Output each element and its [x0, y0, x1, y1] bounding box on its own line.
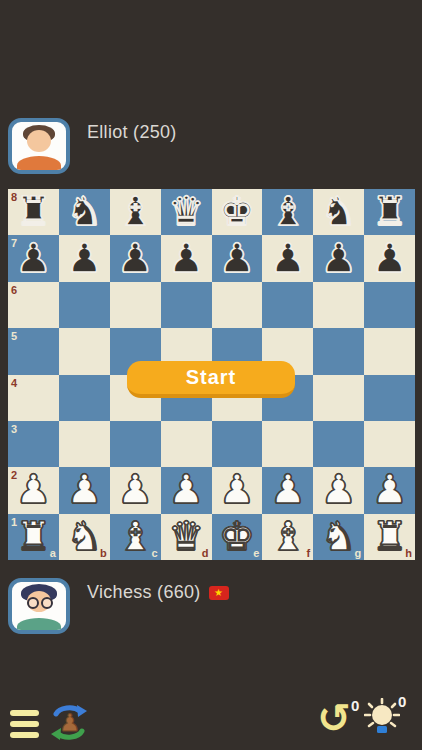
- square-d8[interactable]: ♛: [161, 189, 212, 235]
- square-a1[interactable]: 1a♜: [8, 514, 59, 560]
- square-h3[interactable]: [364, 421, 415, 467]
- rotate-board-button[interactable]: ♟: [49, 700, 89, 744]
- square-b3[interactable]: [59, 421, 110, 467]
- square-e1[interactable]: e♚: [212, 514, 263, 560]
- square-h8[interactable]: ♜: [364, 189, 415, 235]
- square-f6[interactable]: [262, 282, 313, 328]
- avatar-glasses: [27, 597, 39, 609]
- square-a3[interactable]: 3: [8, 421, 59, 467]
- piece-black-pawn: ♟: [372, 238, 408, 278]
- avatar-shirt: [17, 618, 61, 634]
- piece-white-pawn: ♟: [270, 469, 306, 509]
- piece-black-pawn: ♟: [168, 238, 204, 278]
- square-h4[interactable]: [364, 375, 415, 421]
- square-a8[interactable]: 8♜: [8, 189, 59, 235]
- square-a6[interactable]: 6: [8, 282, 59, 328]
- square-g8[interactable]: ♞: [313, 189, 364, 235]
- menu-button[interactable]: [10, 710, 39, 740]
- bottom-player-label: Vichess (660): [87, 582, 201, 603]
- square-g1[interactable]: g♞: [313, 514, 364, 560]
- start-button[interactable]: Start: [127, 361, 295, 398]
- square-a5[interactable]: 5: [8, 328, 59, 374]
- piece-black-knight: ♞: [66, 191, 102, 231]
- piece-white-queen: ♛: [168, 516, 204, 556]
- menu-icon: [10, 710, 39, 716]
- square-c3[interactable]: [110, 421, 161, 467]
- avatar-glasses: [41, 597, 53, 609]
- square-d1[interactable]: d♛: [161, 514, 212, 560]
- square-d6[interactable]: [161, 282, 212, 328]
- piece-white-pawn: ♟: [66, 469, 102, 509]
- square-g5[interactable]: [313, 328, 364, 374]
- avatar-face: [27, 130, 51, 152]
- square-d3[interactable]: [161, 421, 212, 467]
- square-e2[interactable]: ♟: [212, 467, 263, 513]
- square-c8[interactable]: ♝: [110, 189, 161, 235]
- square-b1[interactable]: b♞: [59, 514, 110, 560]
- square-a2[interactable]: 2♟: [8, 467, 59, 513]
- piece-black-pawn: ♟: [321, 238, 357, 278]
- piece-white-rook: ♜: [372, 516, 408, 556]
- square-h1[interactable]: h♜: [364, 514, 415, 560]
- square-c2[interactable]: ♟: [110, 467, 161, 513]
- square-b5[interactable]: [59, 328, 110, 374]
- square-b6[interactable]: [59, 282, 110, 328]
- square-g6[interactable]: [313, 282, 364, 328]
- square-c7[interactable]: ♟: [110, 235, 161, 281]
- piece-black-queen: ♛: [168, 191, 204, 231]
- square-g3[interactable]: [313, 421, 364, 467]
- square-g7[interactable]: ♟: [313, 235, 364, 281]
- piece-white-bishop: ♝: [270, 516, 306, 556]
- square-h7[interactable]: ♟: [364, 235, 415, 281]
- piece-white-pawn: ♟: [219, 469, 255, 509]
- square-a4[interactable]: 4: [8, 375, 59, 421]
- square-c6[interactable]: [110, 282, 161, 328]
- hint-button[interactable]: [364, 698, 400, 744]
- undo-button[interactable]: ↺: [312, 694, 356, 742]
- bottom-player-avatar: [8, 578, 70, 634]
- rank-label-5: 5: [11, 330, 17, 342]
- piece-white-bishop: ♝: [117, 516, 153, 556]
- piece-white-pawn: ♟: [372, 469, 408, 509]
- square-b4[interactable]: [59, 375, 110, 421]
- top-player-card: Elliot (250): [8, 118, 177, 174]
- rank-label-4: 4: [11, 377, 17, 389]
- top-player-label: Elliot (250): [87, 122, 177, 143]
- square-f2[interactable]: ♟: [262, 467, 313, 513]
- piece-black-rook: ♜: [16, 191, 52, 231]
- square-e6[interactable]: [212, 282, 263, 328]
- piece-black-pawn: ♟: [16, 238, 52, 278]
- avatar-shirt: [17, 156, 61, 174]
- piece-white-king: ♚: [219, 516, 255, 556]
- top-player-avatar: [8, 118, 70, 174]
- piece-white-knight: ♞: [321, 516, 357, 556]
- file-label-f: f: [307, 547, 311, 559]
- piece-black-king: ♚: [219, 191, 255, 231]
- rank-label-6: 6: [11, 284, 17, 296]
- square-a7[interactable]: 7♟: [8, 235, 59, 281]
- square-b7[interactable]: ♟: [59, 235, 110, 281]
- square-f1[interactable]: f♝: [262, 514, 313, 560]
- menu-icon: [10, 732, 39, 738]
- piece-white-knight: ♞: [66, 516, 102, 556]
- square-f8[interactable]: ♝: [262, 189, 313, 235]
- piece-black-knight: ♞: [321, 191, 357, 231]
- undo-counter: 0: [351, 697, 359, 714]
- piece-black-pawn: ♟: [66, 238, 102, 278]
- square-b2[interactable]: ♟: [59, 467, 110, 513]
- square-f7[interactable]: ♟: [262, 235, 313, 281]
- bottom-player-name: Vichess (660) ★: [87, 582, 229, 603]
- piece-white-pawn: ♟: [168, 469, 204, 509]
- square-e3[interactable]: [212, 421, 263, 467]
- piece-white-pawn: ♟: [117, 469, 153, 509]
- piece-white-pawn: ♟: [321, 469, 357, 509]
- rank-label-3: 3: [11, 423, 17, 435]
- top-player-name: Elliot (250): [87, 122, 177, 143]
- hint-counter: 0: [398, 693, 406, 710]
- piece-black-pawn: ♟: [117, 238, 153, 278]
- square-h5[interactable]: [364, 328, 415, 374]
- piece-black-pawn: ♟: [270, 238, 306, 278]
- square-g2[interactable]: ♟: [313, 467, 364, 513]
- piece-black-pawn: ♟: [219, 238, 255, 278]
- bottom-player-card: Vichess (660) ★: [8, 578, 229, 634]
- square-e7[interactable]: ♟: [212, 235, 263, 281]
- square-f3[interactable]: [262, 421, 313, 467]
- piece-white-pawn: ♟: [16, 469, 52, 509]
- piece-black-rook: ♜: [372, 191, 408, 231]
- app-screen: Elliot (250) 8♜♞♝♛♚♝♞♜7♟♟♟♟♟♟♟♟65432♟♟♟♟…: [0, 0, 422, 750]
- lightbulb-icon: [364, 698, 400, 744]
- piece-black-bishop: ♝: [270, 191, 306, 231]
- square-h2[interactable]: ♟: [364, 467, 415, 513]
- square-h6[interactable]: [364, 282, 415, 328]
- piece-black-bishop: ♝: [117, 191, 153, 231]
- square-e8[interactable]: ♚: [212, 189, 263, 235]
- square-b8[interactable]: ♞: [59, 189, 110, 235]
- menu-icon: [10, 721, 39, 727]
- vietnam-flag-icon: ★: [209, 586, 229, 600]
- piece-white-rook: ♜: [16, 516, 52, 556]
- square-g4[interactable]: [313, 375, 364, 421]
- square-d7[interactable]: ♟: [161, 235, 212, 281]
- pawn-icon: ♟: [59, 709, 81, 737]
- square-d2[interactable]: ♟: [161, 467, 212, 513]
- square-c1[interactable]: c♝: [110, 514, 161, 560]
